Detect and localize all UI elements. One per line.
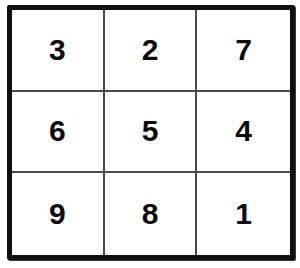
- cell-value: 5: [142, 116, 159, 146]
- cell-value: 3: [49, 35, 66, 65]
- cell-r1c2[interactable]: 2: [105, 10, 198, 92]
- cell-r1c1[interactable]: 3: [12, 10, 105, 92]
- cell-value: 7: [235, 35, 252, 65]
- puzzle-board: 3 2 7 6 5 4 9 8 1: [7, 5, 295, 260]
- cell-value: 8: [142, 199, 159, 229]
- cell-r2c1[interactable]: 6: [12, 92, 105, 174]
- cell-r2c2[interactable]: 5: [105, 92, 198, 174]
- cell-r2c3[interactable]: 4: [197, 92, 290, 174]
- cell-r3c2[interactable]: 8: [105, 173, 198, 255]
- cell-r1c3[interactable]: 7: [197, 10, 290, 92]
- cell-r3c1[interactable]: 9: [12, 173, 105, 255]
- cell-value: 6: [49, 116, 66, 146]
- cell-value: 1: [235, 199, 252, 229]
- cell-value: 2: [142, 35, 159, 65]
- cell-r3c3[interactable]: 1: [197, 173, 290, 255]
- cell-value: 9: [49, 199, 66, 229]
- cell-value: 4: [235, 116, 252, 146]
